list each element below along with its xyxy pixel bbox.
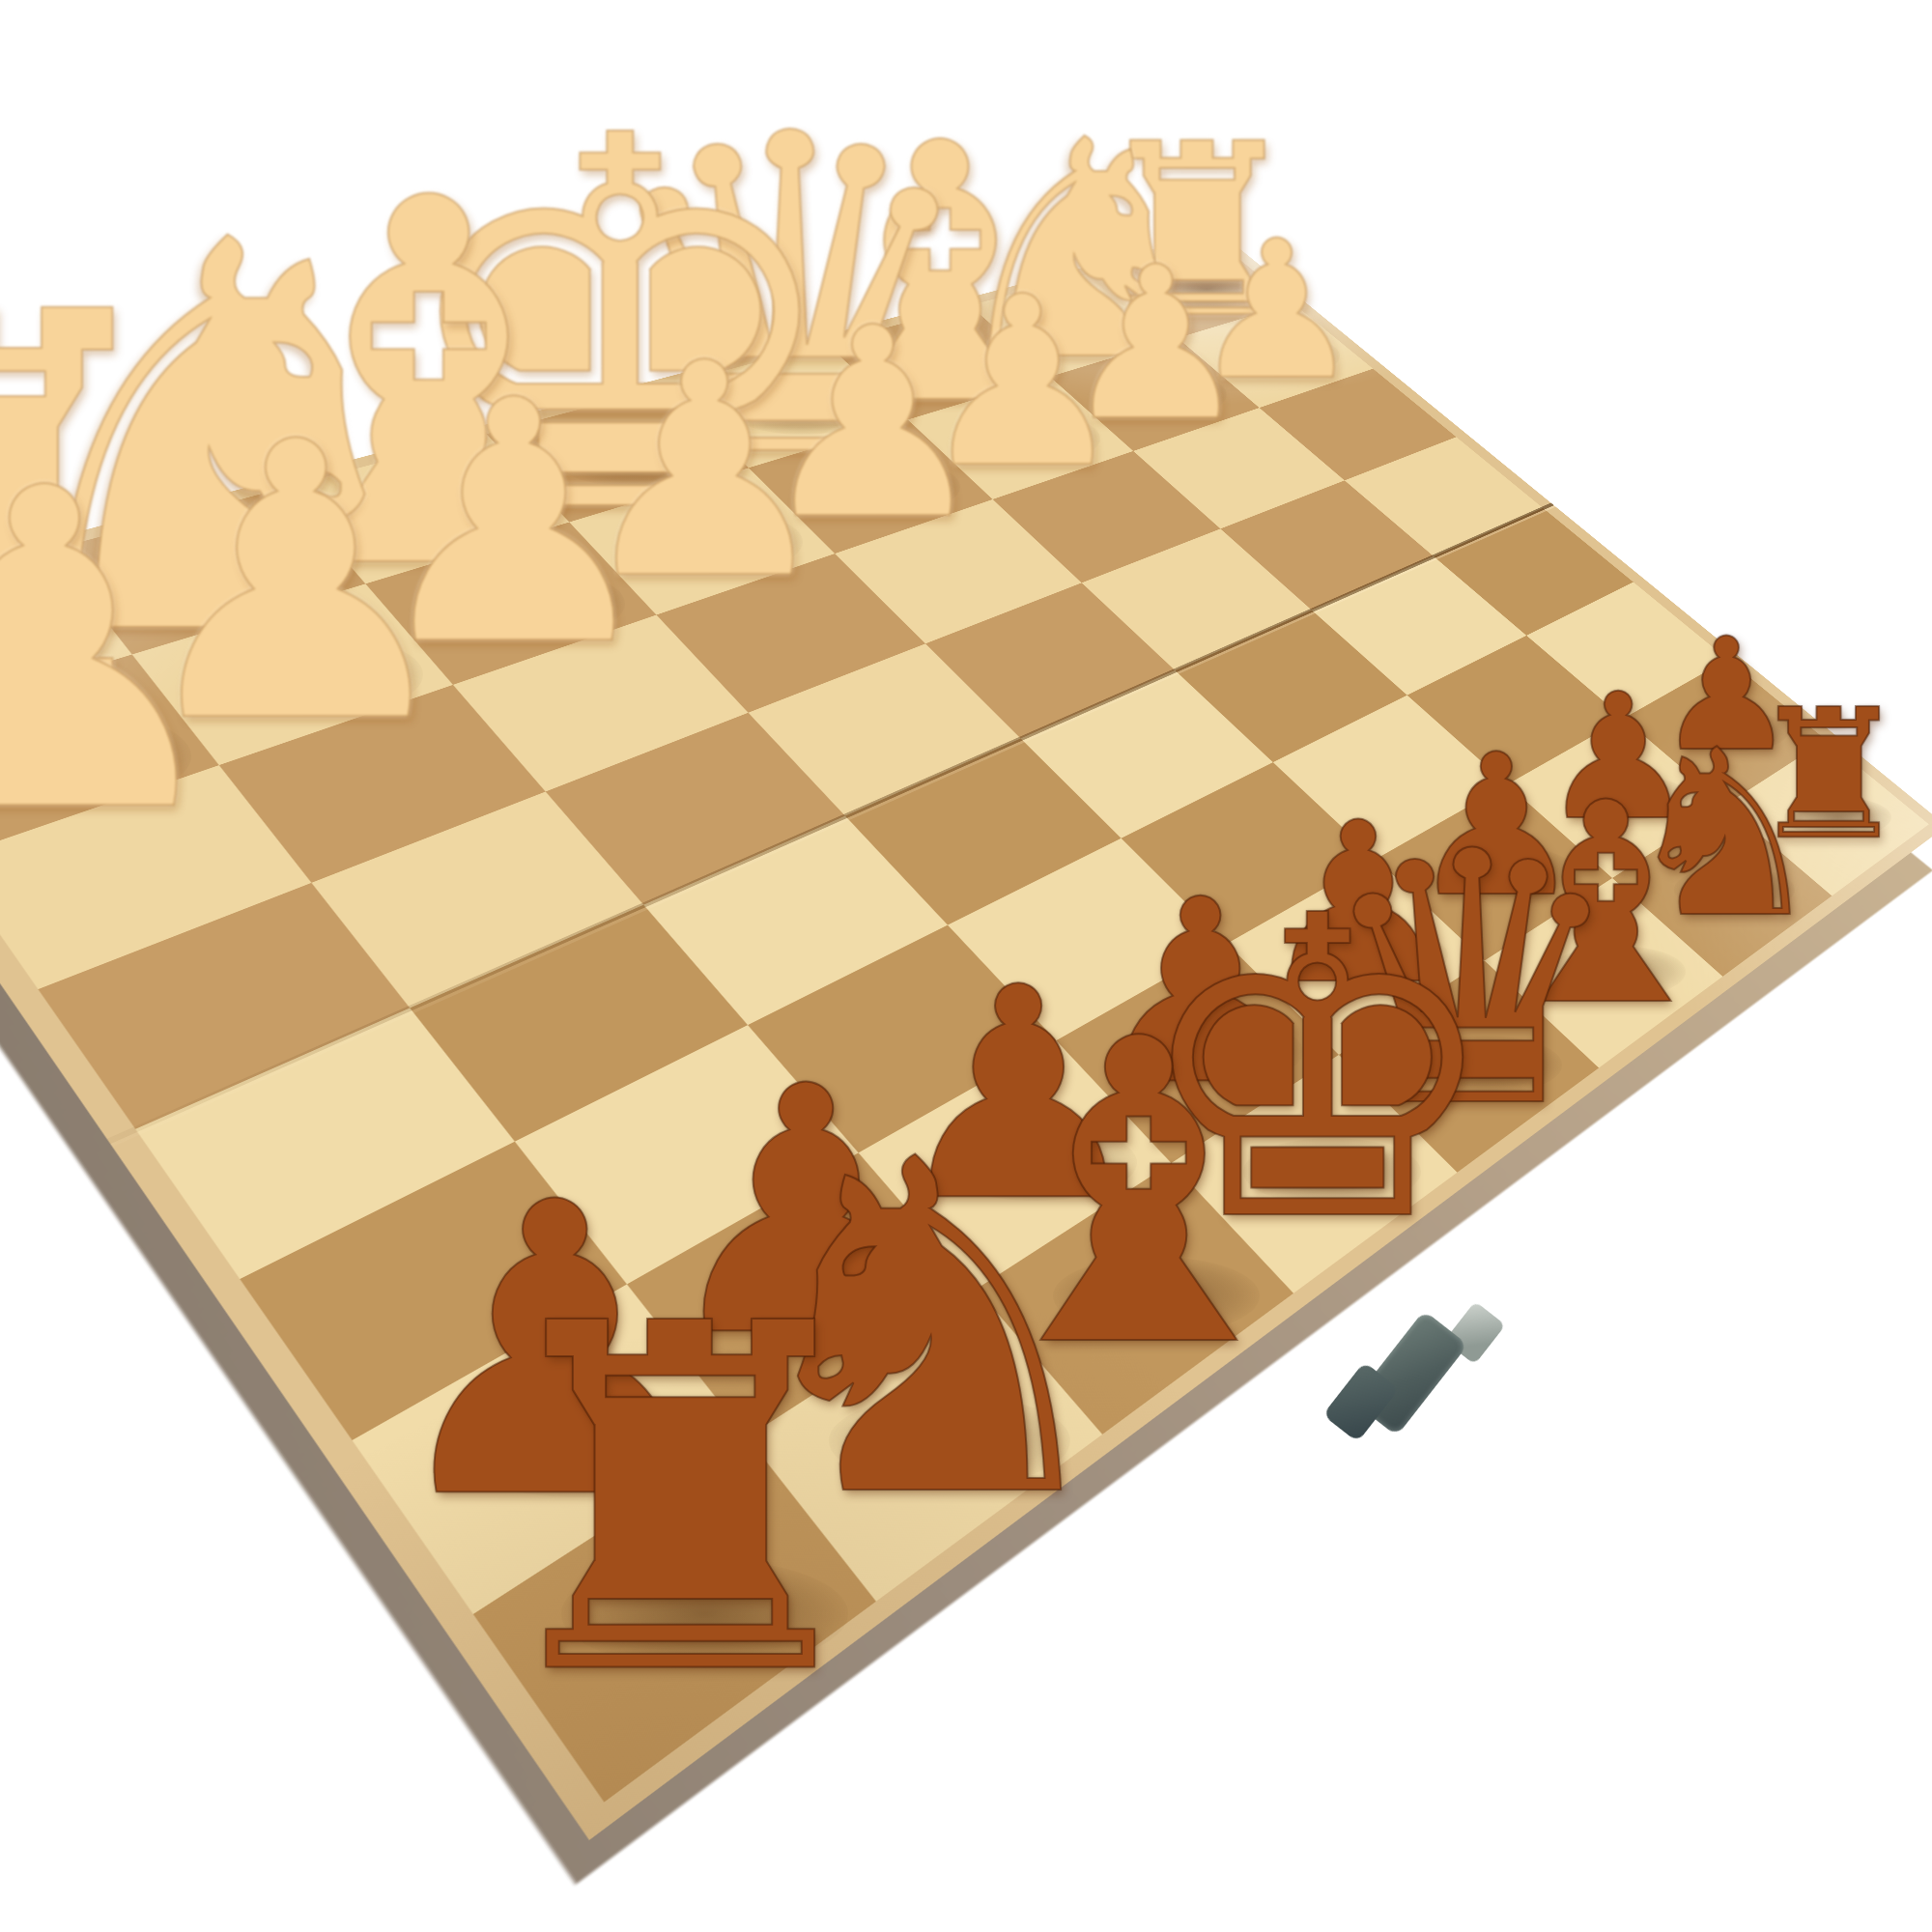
product-photo-scene: ♜♞♝♛♚♝♞♜♟♟♟♟♟♟♟♟♟♟♟♟♟♟♟♟♜♞♝♛♚♝♞♜ (0, 0, 1932, 1932)
chess-board (0, 232, 1932, 1840)
